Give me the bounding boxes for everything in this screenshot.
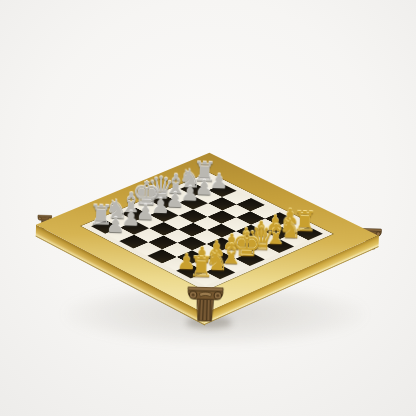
board-assembly: ♜♟♟♜♞♟♟♞♝♟♟♝♛♟♟♛♚♟♟♚♝♟♟♝♞♟♟♞♜♟♟♜: [0, 0, 416, 416]
product-photo: ♜♟♟♜♞♟♟♞♝♟♟♝♛♟♟♛♚♟♟♚♝♟♟♝♞♟♟♞♜♟♟♜: [0, 0, 416, 416]
piece-silver-pawn: ♟: [106, 215, 126, 237]
ionic-capital-icon: [186, 286, 224, 322]
ionic-foot-front: [186, 286, 224, 326]
piece-gold-rook: ♜: [189, 253, 215, 281]
